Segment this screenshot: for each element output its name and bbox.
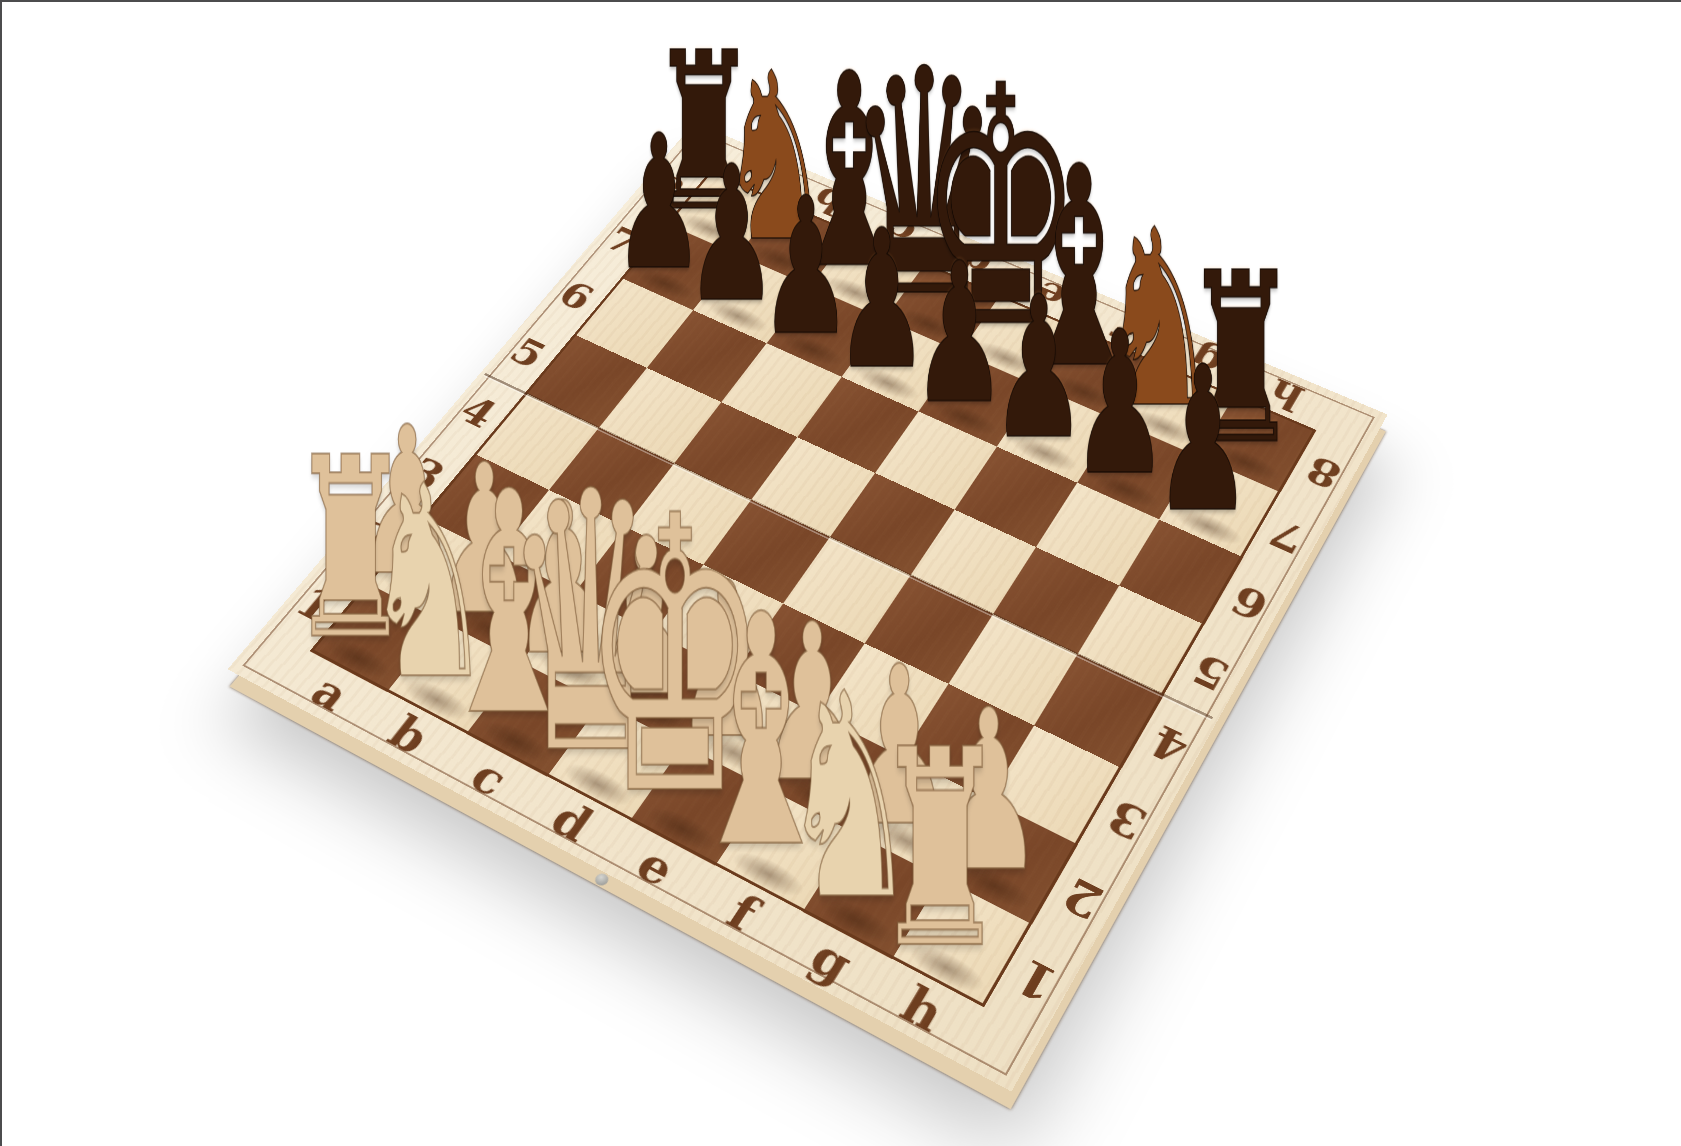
piece-white-rook[interactable]: ♜ bbox=[873, 720, 1007, 979]
chess-board[interactable]: abcdefgh8♜♞♝♛♚♝♞♜87♟♟♟♟♟♟♟♟7665544332♟♟♟… bbox=[227, 122, 1387, 1091]
rank-label-right-6: 6 bbox=[1204, 557, 1295, 649]
photo-canvas: abcdefgh8♜♞♝♛♚♝♞♜87♟♟♟♟♟♟♟♟7665544332♟♟♟… bbox=[0, 0, 1681, 1146]
piece-black-pawn[interactable]: ♟ bbox=[1154, 345, 1253, 535]
rank-label-right-3: 3 bbox=[1078, 768, 1176, 872]
